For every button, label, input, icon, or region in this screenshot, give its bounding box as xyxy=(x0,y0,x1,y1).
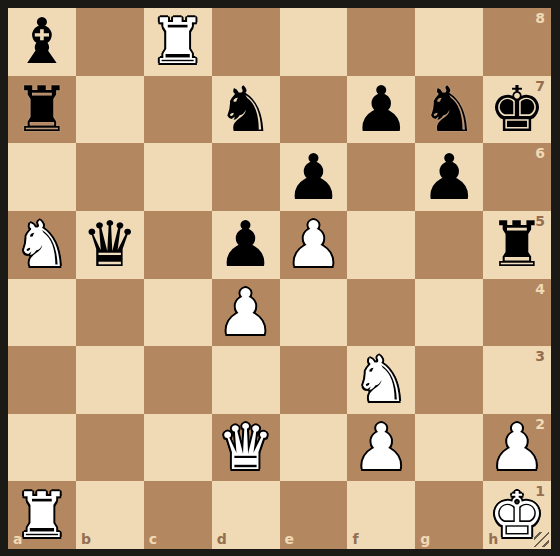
rank-label-5: 5 xyxy=(535,214,545,228)
square-b2[interactable] xyxy=(76,414,144,482)
rank-label-8: 8 xyxy=(535,11,545,25)
board-frame: ♝♜8♜♞♟♞♚7♟♟6♞♛♟♟♜5♟4♞3♛♟♟2♜abcdefg♚1h xyxy=(0,0,560,556)
square-e7[interactable] xyxy=(280,76,348,144)
square-a3[interactable] xyxy=(8,346,76,414)
square-h7[interactable]: ♚7 xyxy=(483,76,551,144)
file-label-g: g xyxy=(420,532,430,546)
square-f5[interactable] xyxy=(347,211,415,279)
square-b8[interactable] xyxy=(76,8,144,76)
square-h2[interactable]: ♟2 xyxy=(483,414,551,482)
file-label-h: h xyxy=(488,532,498,546)
square-a4[interactable] xyxy=(8,279,76,347)
square-h5[interactable]: ♜5 xyxy=(483,211,551,279)
rank-label-7: 7 xyxy=(535,79,545,93)
piece-black-pawn[interactable]: ♟ xyxy=(421,146,477,209)
square-f1[interactable]: f xyxy=(347,481,415,549)
square-a1[interactable]: ♜a xyxy=(8,481,76,549)
file-label-c: c xyxy=(149,532,157,546)
square-a7[interactable]: ♜ xyxy=(8,76,76,144)
piece-white-rook[interactable]: ♜ xyxy=(149,10,205,73)
piece-white-pawn[interactable]: ♟ xyxy=(353,416,409,479)
square-a5[interactable]: ♞ xyxy=(8,211,76,279)
square-e8[interactable] xyxy=(280,8,348,76)
file-label-a: a xyxy=(13,532,22,546)
square-b3[interactable] xyxy=(76,346,144,414)
square-h6[interactable]: 6 xyxy=(483,143,551,211)
square-g3[interactable] xyxy=(415,346,483,414)
square-g8[interactable] xyxy=(415,8,483,76)
square-h8[interactable]: 8 xyxy=(483,8,551,76)
square-d8[interactable] xyxy=(212,8,280,76)
square-e1[interactable]: e xyxy=(280,481,348,549)
square-d1[interactable]: d xyxy=(212,481,280,549)
square-f2[interactable]: ♟ xyxy=(347,414,415,482)
square-e6[interactable]: ♟ xyxy=(280,143,348,211)
square-c4[interactable] xyxy=(144,279,212,347)
square-g1[interactable]: g xyxy=(415,481,483,549)
square-e4[interactable] xyxy=(280,279,348,347)
file-label-f: f xyxy=(352,532,358,546)
piece-black-pawn[interactable]: ♟ xyxy=(217,213,273,276)
square-g6[interactable]: ♟ xyxy=(415,143,483,211)
square-h4[interactable]: 4 xyxy=(483,279,551,347)
piece-black-bishop[interactable]: ♝ xyxy=(14,10,70,73)
rank-label-1: 1 xyxy=(535,484,545,498)
square-c1[interactable]: c xyxy=(144,481,212,549)
square-b6[interactable] xyxy=(76,143,144,211)
square-c2[interactable] xyxy=(144,414,212,482)
square-b7[interactable] xyxy=(76,76,144,144)
square-c3[interactable] xyxy=(144,346,212,414)
piece-black-pawn[interactable]: ♟ xyxy=(285,146,341,209)
piece-white-pawn[interactable]: ♟ xyxy=(285,213,341,276)
square-g4[interactable] xyxy=(415,279,483,347)
square-d6[interactable] xyxy=(212,143,280,211)
piece-white-knight[interactable]: ♞ xyxy=(14,213,70,276)
square-e5[interactable]: ♟ xyxy=(280,211,348,279)
square-f8[interactable] xyxy=(347,8,415,76)
piece-black-pawn[interactable]: ♟ xyxy=(353,78,409,141)
square-d7[interactable]: ♞ xyxy=(212,76,280,144)
square-d5[interactable]: ♟ xyxy=(212,211,280,279)
rank-label-4: 4 xyxy=(535,282,545,296)
square-g7[interactable]: ♞ xyxy=(415,76,483,144)
square-c8[interactable]: ♜ xyxy=(144,8,212,76)
square-c6[interactable] xyxy=(144,143,212,211)
piece-black-knight[interactable]: ♞ xyxy=(421,78,477,141)
square-f3[interactable]: ♞ xyxy=(347,346,415,414)
piece-white-pawn[interactable]: ♟ xyxy=(217,281,273,344)
piece-black-knight[interactable]: ♞ xyxy=(217,78,273,141)
square-g2[interactable] xyxy=(415,414,483,482)
piece-white-knight[interactable]: ♞ xyxy=(353,348,409,411)
square-b1[interactable]: b xyxy=(76,481,144,549)
square-f6[interactable] xyxy=(347,143,415,211)
file-label-d: d xyxy=(217,532,227,546)
piece-black-queen[interactable]: ♛ xyxy=(82,213,138,276)
piece-white-queen[interactable]: ♛ xyxy=(217,416,273,479)
piece-black-rook[interactable]: ♜ xyxy=(14,78,70,141)
square-d4[interactable]: ♟ xyxy=(212,279,280,347)
square-h3[interactable]: 3 xyxy=(483,346,551,414)
square-e3[interactable] xyxy=(280,346,348,414)
resize-handle-icon[interactable] xyxy=(534,532,549,547)
rank-label-2: 2 xyxy=(535,417,545,431)
square-f4[interactable] xyxy=(347,279,415,347)
square-f7[interactable]: ♟ xyxy=(347,76,415,144)
square-a6[interactable] xyxy=(8,143,76,211)
square-g5[interactable] xyxy=(415,211,483,279)
square-a8[interactable]: ♝ xyxy=(8,8,76,76)
file-label-e: e xyxy=(285,532,295,546)
chess-board: ♝♜8♜♞♟♞♚7♟♟6♞♛♟♟♜5♟4♞3♛♟♟2♜abcdefg♚1h xyxy=(8,8,551,549)
rank-label-3: 3 xyxy=(535,349,545,363)
file-label-b: b xyxy=(81,532,91,546)
square-c7[interactable] xyxy=(144,76,212,144)
rank-label-6: 6 xyxy=(535,146,545,160)
square-d2[interactable]: ♛ xyxy=(212,414,280,482)
square-d3[interactable] xyxy=(212,346,280,414)
square-b5[interactable]: ♛ xyxy=(76,211,144,279)
square-c5[interactable] xyxy=(144,211,212,279)
square-b4[interactable] xyxy=(76,279,144,347)
square-e2[interactable] xyxy=(280,414,348,482)
square-a2[interactable] xyxy=(8,414,76,482)
